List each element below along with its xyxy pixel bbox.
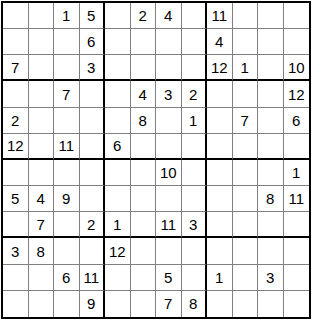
- cell-r5c5-empty[interactable]: [105, 108, 131, 134]
- cell-r2c11-empty[interactable]: [258, 29, 284, 55]
- cell-r7c8-empty[interactable]: [182, 160, 208, 186]
- cell-r1c9-given: 11: [207, 3, 233, 29]
- cell-r7c4-empty[interactable]: [80, 160, 106, 186]
- cell-r4c12-given: 12: [284, 81, 310, 107]
- cell-r4c3-given: 7: [54, 81, 80, 107]
- cell-r2c6-empty[interactable]: [131, 29, 157, 55]
- cell-r8c3-given: 9: [54, 186, 80, 212]
- cell-r1c5-empty[interactable]: [105, 3, 131, 29]
- cell-r3c1-given: 7: [3, 55, 29, 81]
- cell-r6c2-empty[interactable]: [29, 134, 55, 160]
- cell-r10c3-empty[interactable]: [54, 238, 80, 264]
- cell-r6c3-given: 11: [54, 134, 80, 160]
- cell-r4c7-given: 3: [156, 81, 182, 107]
- cell-r5c7-empty[interactable]: [156, 108, 182, 134]
- cell-r4c9-empty[interactable]: [207, 81, 233, 107]
- cell-r7c12-given: 1: [284, 160, 310, 186]
- cell-r3c10-given: 1: [233, 55, 259, 81]
- cell-r5c6-given: 8: [131, 108, 157, 134]
- cell-r10c5-given: 12: [105, 238, 131, 264]
- cell-r12c4-given: 9: [80, 291, 106, 317]
- cell-r12c8-given: 8: [182, 291, 208, 317]
- cell-r8c11-given: 8: [258, 186, 284, 212]
- cell-r8c9-empty[interactable]: [207, 186, 233, 212]
- cell-r11c4-given: 11: [80, 265, 106, 291]
- cell-r1c7-given: 4: [156, 3, 182, 29]
- sudoku-board: 1524116473121107432122817612116101549811…: [1, 1, 311, 319]
- cell-r7c1-empty[interactable]: [3, 160, 29, 186]
- cell-r12c11-empty[interactable]: [258, 291, 284, 317]
- cell-r8c1-given: 5: [3, 186, 29, 212]
- cell-r10c2-given: 8: [29, 238, 55, 264]
- cell-r3c6-empty[interactable]: [131, 55, 157, 81]
- cell-r2c10-empty[interactable]: [233, 29, 259, 55]
- cell-r1c10-empty[interactable]: [233, 3, 259, 29]
- cell-r2c9-given: 4: [207, 29, 233, 55]
- cell-r11c6-empty[interactable]: [131, 265, 157, 291]
- cell-r5c3-empty[interactable]: [54, 108, 80, 134]
- cell-r10c8-empty[interactable]: [182, 238, 208, 264]
- cell-r11c1-empty[interactable]: [3, 265, 29, 291]
- cell-r8c12-given: 11: [284, 186, 310, 212]
- cell-r10c6-empty[interactable]: [131, 238, 157, 264]
- cell-r2c4-given: 6: [80, 29, 106, 55]
- cell-r7c11-empty[interactable]: [258, 160, 284, 186]
- cell-r8c4-empty[interactable]: [80, 186, 106, 212]
- cell-r6c10-empty[interactable]: [233, 134, 259, 160]
- cell-r12c7-given: 7: [156, 291, 182, 317]
- cell-r1c11-empty[interactable]: [258, 3, 284, 29]
- cell-r6c5-given: 6: [105, 134, 131, 160]
- cell-r9c11-empty[interactable]: [258, 212, 284, 238]
- cell-r4c4-empty[interactable]: [80, 81, 106, 107]
- cell-r7c2-empty[interactable]: [29, 160, 55, 186]
- cell-r3c8-empty[interactable]: [182, 55, 208, 81]
- cell-r12c10-empty[interactable]: [233, 291, 259, 317]
- cell-r5c9-empty[interactable]: [207, 108, 233, 134]
- cell-r2c1-empty[interactable]: [3, 29, 29, 55]
- cell-r6c8-empty[interactable]: [182, 134, 208, 160]
- cell-r4c8-given: 2: [182, 81, 208, 107]
- cell-r2c5-empty[interactable]: [105, 29, 131, 55]
- cell-r8c6-empty[interactable]: [131, 186, 157, 212]
- cell-r2c8-empty[interactable]: [182, 29, 208, 55]
- cell-r11c9-given: 1: [207, 265, 233, 291]
- cell-r5c1-given: 2: [3, 108, 29, 134]
- cell-r10c7-empty[interactable]: [156, 238, 182, 264]
- cell-r6c4-empty[interactable]: [80, 134, 106, 160]
- cell-r5c2-empty[interactable]: [29, 108, 55, 134]
- cell-r9c6-empty[interactable]: [131, 212, 157, 238]
- cell-r10c10-empty[interactable]: [233, 238, 259, 264]
- cell-r6c12-empty[interactable]: [284, 134, 310, 160]
- cell-r6c1-given: 12: [3, 134, 29, 160]
- cell-r1c4-given: 5: [80, 3, 106, 29]
- cell-r6c7-empty[interactable]: [156, 134, 182, 160]
- cell-r8c10-empty[interactable]: [233, 186, 259, 212]
- cell-r1c3-given: 1: [54, 3, 80, 29]
- cell-r4c2-empty[interactable]: [29, 81, 55, 107]
- cell-r1c2-empty[interactable]: [29, 3, 55, 29]
- cell-r6c9-empty[interactable]: [207, 134, 233, 160]
- cell-r11c2-empty[interactable]: [29, 265, 55, 291]
- cell-r10c9-empty[interactable]: [207, 238, 233, 264]
- cell-r9c8-given: 3: [182, 212, 208, 238]
- cell-r10c4-empty[interactable]: [80, 238, 106, 264]
- cell-r12c12-empty[interactable]: [284, 291, 310, 317]
- cell-r4c1-empty[interactable]: [3, 81, 29, 107]
- cell-r1c8-empty[interactable]: [182, 3, 208, 29]
- cell-r11c3-given: 6: [54, 265, 80, 291]
- cell-r1c1-empty[interactable]: [3, 3, 29, 29]
- cell-r8c5-empty[interactable]: [105, 186, 131, 212]
- cell-r5c12-given: 6: [284, 108, 310, 134]
- cell-r7c6-empty[interactable]: [131, 160, 157, 186]
- cell-r3c4-given: 3: [80, 55, 106, 81]
- cell-r9c4-given: 2: [80, 212, 106, 238]
- cell-r3c5-empty[interactable]: [105, 55, 131, 81]
- cell-r10c1-given: 3: [3, 238, 29, 264]
- cell-r6c6-empty[interactable]: [131, 134, 157, 160]
- cell-r11c5-empty[interactable]: [105, 265, 131, 291]
- cell-r9c1-empty[interactable]: [3, 212, 29, 238]
- cell-r12c6-empty[interactable]: [131, 291, 157, 317]
- cell-r7c10-empty[interactable]: [233, 160, 259, 186]
- cell-r9c12-empty[interactable]: [284, 212, 310, 238]
- cell-r3c9-given: 12: [207, 55, 233, 81]
- cell-r1c6-given: 2: [131, 3, 157, 29]
- cell-r2c3-empty[interactable]: [54, 29, 80, 55]
- cell-r9c9-empty[interactable]: [207, 212, 233, 238]
- cell-r9c2-given: 7: [29, 212, 55, 238]
- cell-r9c5-given: 1: [105, 212, 131, 238]
- cell-r2c12-empty[interactable]: [284, 29, 310, 55]
- cell-r4c6-given: 4: [131, 81, 157, 107]
- cell-r11c10-empty[interactable]: [233, 265, 259, 291]
- cell-r2c2-empty[interactable]: [29, 29, 55, 55]
- cell-r4c5-empty[interactable]: [105, 81, 131, 107]
- cell-r2c7-empty[interactable]: [156, 29, 182, 55]
- cell-r10c12-empty[interactable]: [284, 238, 310, 264]
- cell-r10c11-empty[interactable]: [258, 238, 284, 264]
- cell-r3c3-empty[interactable]: [54, 55, 80, 81]
- cell-r4c11-empty[interactable]: [258, 81, 284, 107]
- cell-r8c7-empty[interactable]: [156, 186, 182, 212]
- cell-r12c3-empty[interactable]: [54, 291, 80, 317]
- cell-r9c3-empty[interactable]: [54, 212, 80, 238]
- cell-r7c7-given: 10: [156, 160, 182, 186]
- cell-r9c7-given: 11: [156, 212, 182, 238]
- cell-r6c11-empty[interactable]: [258, 134, 284, 160]
- cell-r3c11-empty[interactable]: [258, 55, 284, 81]
- cell-r12c5-empty[interactable]: [105, 291, 131, 317]
- cell-r9c10-empty[interactable]: [233, 212, 259, 238]
- cell-r4c10-empty[interactable]: [233, 81, 259, 107]
- cell-r5c10-given: 7: [233, 108, 259, 134]
- cell-r7c3-empty[interactable]: [54, 160, 80, 186]
- cell-r11c11-given: 3: [258, 265, 284, 291]
- cell-r3c7-empty[interactable]: [156, 55, 182, 81]
- cell-r3c12-given: 10: [284, 55, 310, 81]
- cell-r11c12-empty[interactable]: [284, 265, 310, 291]
- cell-r1c12-empty[interactable]: [284, 3, 310, 29]
- cell-r5c11-empty[interactable]: [258, 108, 284, 134]
- cell-r7c9-empty[interactable]: [207, 160, 233, 186]
- cell-r7c5-empty[interactable]: [105, 160, 131, 186]
- cell-r12c1-empty[interactable]: [3, 291, 29, 317]
- cell-r8c8-empty[interactable]: [182, 186, 208, 212]
- cell-r12c2-empty[interactable]: [29, 291, 55, 317]
- cell-r11c7-given: 5: [156, 265, 182, 291]
- cell-r12c9-empty[interactable]: [207, 291, 233, 317]
- cell-r11c8-empty[interactable]: [182, 265, 208, 291]
- cell-r8c2-given: 4: [29, 186, 55, 212]
- cell-r5c8-given: 1: [182, 108, 208, 134]
- cell-r3c2-empty[interactable]: [29, 55, 55, 81]
- cell-r5c4-empty[interactable]: [80, 108, 106, 134]
